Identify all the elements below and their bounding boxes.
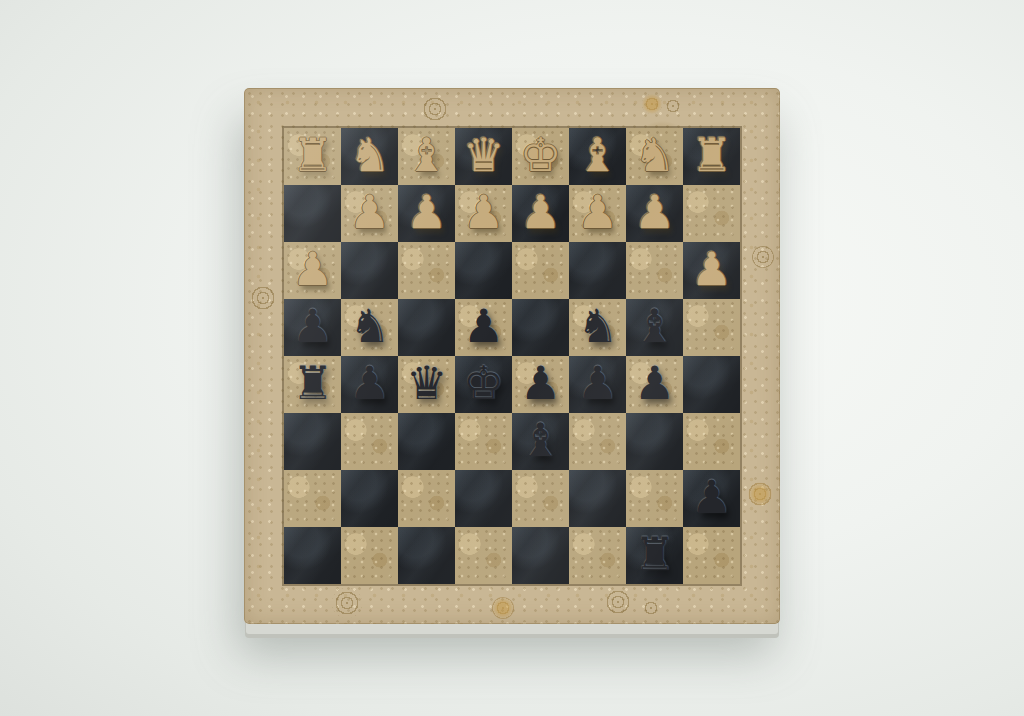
square-d7[interactable]: ♟ (455, 185, 512, 242)
square-h4[interactable] (683, 356, 740, 413)
ammonite-fossil-icon (422, 96, 448, 122)
square-c3[interactable] (398, 413, 455, 470)
square-a8[interactable]: ♜ (284, 128, 341, 185)
square-f7[interactable]: ♟ (569, 185, 626, 242)
black-knight-f5[interactable]: ♞ (577, 303, 618, 349)
black-pawn-b4[interactable]: ♟ (349, 360, 390, 406)
square-b2[interactable] (341, 470, 398, 527)
square-e2[interactable] (512, 470, 569, 527)
square-e3[interactable]: ♝ (512, 413, 569, 470)
tan-rook-a8[interactable]: ♜ (292, 132, 333, 178)
black-queen-c4[interactable]: ♛ (406, 360, 447, 406)
square-c8[interactable]: ♝ (398, 128, 455, 185)
tan-pawn-b7[interactable]: ♟ (349, 189, 390, 235)
square-g2[interactable] (626, 470, 683, 527)
square-c1[interactable] (398, 527, 455, 584)
square-b1[interactable] (341, 527, 398, 584)
black-knight-b5[interactable]: ♞ (349, 303, 390, 349)
ammonite-fossil-icon (752, 246, 774, 268)
tan-knight-b8[interactable]: ♞ (349, 132, 390, 178)
tan-pawn-d7[interactable]: ♟ (463, 189, 504, 235)
ammonite-fossil-icon (748, 482, 772, 506)
square-f1[interactable] (569, 527, 626, 584)
tan-pawn-h6[interactable]: ♟ (691, 246, 732, 292)
square-a4[interactable]: ♜ (284, 356, 341, 413)
square-h3[interactable] (683, 413, 740, 470)
ammonite-fossil-icon (332, 588, 362, 618)
square-f3[interactable] (569, 413, 626, 470)
square-f2[interactable] (569, 470, 626, 527)
square-a6[interactable]: ♟ (284, 242, 341, 299)
square-e4[interactable]: ♟ (512, 356, 569, 413)
square-e5[interactable] (512, 299, 569, 356)
black-bishop-g5[interactable]: ♝ (634, 303, 675, 349)
black-rook-a4[interactable]: ♜ (292, 360, 333, 406)
square-a2[interactable] (284, 470, 341, 527)
tan-rook-h8[interactable]: ♜ (691, 132, 732, 178)
square-f8[interactable]: ♝ (569, 128, 626, 185)
tan-queen-d8[interactable]: ♛ (463, 132, 504, 178)
square-d8[interactable]: ♛ (455, 128, 512, 185)
black-pawn-d5[interactable]: ♟ (463, 303, 504, 349)
black-pawn-a5[interactable]: ♟ (292, 303, 333, 349)
square-h7[interactable] (683, 185, 740, 242)
square-g8[interactable]: ♞ (626, 128, 683, 185)
square-f6[interactable] (569, 242, 626, 299)
ammonite-fossil-icon (604, 588, 632, 616)
square-f4[interactable]: ♟ (569, 356, 626, 413)
square-g5[interactable]: ♝ (626, 299, 683, 356)
square-b5[interactable]: ♞ (341, 299, 398, 356)
tan-pawn-e7[interactable]: ♟ (520, 189, 561, 235)
tan-pawn-a6[interactable]: ♟ (292, 246, 333, 292)
tan-pawn-f7[interactable]: ♟ (577, 189, 618, 235)
square-b6[interactable] (341, 242, 398, 299)
ammonite-fossil-icon (492, 597, 514, 619)
tan-bishop-f8[interactable]: ♝ (577, 132, 618, 178)
tan-knight-g8[interactable]: ♞ (634, 132, 675, 178)
square-g7[interactable]: ♟ (626, 185, 683, 242)
black-pawn-h2[interactable]: ♟ (691, 474, 732, 520)
square-a1[interactable] (284, 527, 341, 584)
ammonite-fossil-icon (642, 94, 662, 114)
black-king-d4[interactable]: ♚ (463, 360, 504, 406)
square-h5[interactable] (683, 299, 740, 356)
square-a7[interactable] (284, 185, 341, 242)
square-e7[interactable]: ♟ (512, 185, 569, 242)
ammonite-fossil-icon (251, 286, 275, 310)
square-c5[interactable] (398, 299, 455, 356)
square-d4[interactable]: ♚ (455, 356, 512, 413)
board-grid: ♜♞♝♛♚♝♞♜♟♟♟♟♟♟♟♟♟♞♟♞♝♜♟♛♚♟♟♟♝♟♜ (284, 128, 740, 584)
board-border: ♜♞♝♛♚♝♞♜♟♟♟♟♟♟♟♟♟♞♟♞♝♜♟♛♚♟♟♟♝♟♜ (244, 88, 780, 624)
square-b3[interactable] (341, 413, 398, 470)
square-h1[interactable] (683, 527, 740, 584)
square-g4[interactable]: ♟ (626, 356, 683, 413)
square-a5[interactable]: ♟ (284, 299, 341, 356)
square-c2[interactable] (398, 470, 455, 527)
square-h8[interactable]: ♜ (683, 128, 740, 185)
black-pawn-f4[interactable]: ♟ (577, 360, 618, 406)
black-bishop-e3[interactable]: ♝ (520, 417, 561, 463)
photo-backdrop: ♜♞♝♛♚♝♞♜♟♟♟♟♟♟♟♟♟♞♟♞♝♜♟♛♚♟♟♟♝♟♜ (0, 0, 1024, 716)
square-d2[interactable] (455, 470, 512, 527)
square-b8[interactable]: ♞ (341, 128, 398, 185)
square-b7[interactable]: ♟ (341, 185, 398, 242)
black-rook-g1[interactable]: ♜ (634, 531, 675, 577)
chess-board: ♜♞♝♛♚♝♞♜♟♟♟♟♟♟♟♟♟♞♟♞♝♜♟♛♚♟♟♟♝♟♜ (244, 88, 780, 624)
ammonite-fossil-icon (642, 599, 660, 617)
square-c6[interactable] (398, 242, 455, 299)
square-d6[interactable] (455, 242, 512, 299)
square-g6[interactable] (626, 242, 683, 299)
square-d1[interactable] (455, 527, 512, 584)
tan-pawn-g7[interactable]: ♟ (634, 189, 675, 235)
square-e1[interactable] (512, 527, 569, 584)
ammonite-fossil-icon (664, 97, 682, 115)
square-h2[interactable]: ♟ (683, 470, 740, 527)
square-g3[interactable] (626, 413, 683, 470)
tan-king-e8[interactable]: ♚ (520, 132, 561, 178)
black-pawn-e4[interactable]: ♟ (520, 360, 561, 406)
tan-pawn-c7[interactable]: ♟ (406, 189, 447, 235)
square-b4[interactable]: ♟ (341, 356, 398, 413)
square-g1[interactable]: ♜ (626, 527, 683, 584)
square-c7[interactable]: ♟ (398, 185, 455, 242)
square-d5[interactable]: ♟ (455, 299, 512, 356)
square-d3[interactable] (455, 413, 512, 470)
square-c4[interactable]: ♛ (398, 356, 455, 413)
square-h6[interactable]: ♟ (683, 242, 740, 299)
square-e6[interactable] (512, 242, 569, 299)
square-f5[interactable]: ♞ (569, 299, 626, 356)
black-pawn-g4[interactable]: ♟ (634, 360, 675, 406)
tan-bishop-c8[interactable]: ♝ (406, 132, 447, 178)
square-a3[interactable] (284, 413, 341, 470)
square-e8[interactable]: ♚ (512, 128, 569, 185)
